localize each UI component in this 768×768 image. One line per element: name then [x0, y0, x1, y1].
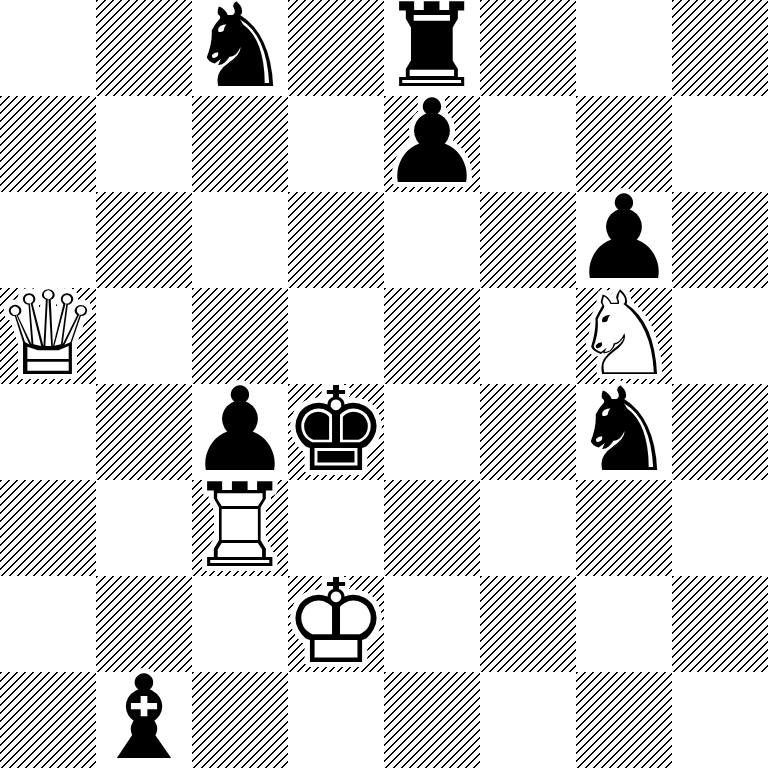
square-c1[interactable]: [192, 672, 288, 768]
black-piece-glyph: ♟: [380, 84, 484, 200]
square-b6[interactable]: [96, 192, 192, 288]
square-b5[interactable]: [96, 288, 192, 384]
square-g1[interactable]: [576, 672, 672, 768]
square-b3[interactable]: [96, 480, 192, 576]
chess-board: ♞♜♟♟♛♕♞♘♟♚♞♜♖♚♔♝: [0, 0, 768, 768]
square-b4[interactable]: [96, 384, 192, 480]
square-c8[interactable]: ♞: [192, 0, 288, 96]
square-h1[interactable]: [672, 672, 768, 768]
black-piece-glyph: ♞: [188, 0, 292, 104]
white-rook-c3[interactable]: ♜♖: [192, 480, 288, 576]
square-d4[interactable]: ♚: [288, 384, 384, 480]
square-h4[interactable]: [672, 384, 768, 480]
white-piece-outline-glyph: ♖: [188, 468, 292, 584]
square-e2[interactable]: [384, 576, 480, 672]
square-a4[interactable]: [0, 384, 96, 480]
black-bishop-b1[interactable]: ♝: [96, 672, 192, 768]
square-h5[interactable]: [672, 288, 768, 384]
black-knight-c8[interactable]: ♞: [192, 0, 288, 96]
square-e4[interactable]: [384, 384, 480, 480]
square-e1[interactable]: [384, 672, 480, 768]
square-h6[interactable]: [672, 192, 768, 288]
square-h3[interactable]: [672, 480, 768, 576]
square-f8[interactable]: [480, 0, 576, 96]
square-a8[interactable]: [0, 0, 96, 96]
square-a5[interactable]: ♛♕: [0, 288, 96, 384]
square-h2[interactable]: [672, 576, 768, 672]
black-knight-g4[interactable]: ♞: [576, 384, 672, 480]
square-a2[interactable]: [0, 576, 96, 672]
square-a7[interactable]: [0, 96, 96, 192]
square-a3[interactable]: [0, 480, 96, 576]
square-g2[interactable]: [576, 576, 672, 672]
square-b8[interactable]: [96, 0, 192, 96]
square-f6[interactable]: [480, 192, 576, 288]
square-e3[interactable]: [384, 480, 480, 576]
square-d8[interactable]: [288, 0, 384, 96]
square-b1[interactable]: ♝: [96, 672, 192, 768]
square-f3[interactable]: [480, 480, 576, 576]
square-c2[interactable]: [192, 576, 288, 672]
white-king-d2[interactable]: ♚♔: [288, 576, 384, 672]
white-piece-outline-glyph: ♕: [0, 276, 100, 392]
square-d7[interactable]: [288, 96, 384, 192]
black-piece-glyph: ♚: [284, 372, 388, 488]
square-g3[interactable]: [576, 480, 672, 576]
square-d6[interactable]: [288, 192, 384, 288]
square-f2[interactable]: [480, 576, 576, 672]
square-c6[interactable]: [192, 192, 288, 288]
square-g4[interactable]: ♞: [576, 384, 672, 480]
square-e7[interactable]: ♟: [384, 96, 480, 192]
black-piece-glyph: ♝: [92, 660, 196, 768]
square-f4[interactable]: [480, 384, 576, 480]
square-d2[interactable]: ♚♔: [288, 576, 384, 672]
square-g8[interactable]: [576, 0, 672, 96]
square-b7[interactable]: [96, 96, 192, 192]
square-h8[interactable]: [672, 0, 768, 96]
square-f5[interactable]: [480, 288, 576, 384]
square-e5[interactable]: [384, 288, 480, 384]
black-king-d4[interactable]: ♚: [288, 384, 384, 480]
square-h7[interactable]: [672, 96, 768, 192]
square-a1[interactable]: [0, 672, 96, 768]
white-piece-outline-glyph: ♔: [284, 564, 388, 680]
black-pawn-e7[interactable]: ♟: [384, 96, 480, 192]
square-e6[interactable]: [384, 192, 480, 288]
square-d1[interactable]: [288, 672, 384, 768]
square-f1[interactable]: [480, 672, 576, 768]
square-c7[interactable]: [192, 96, 288, 192]
square-f7[interactable]: [480, 96, 576, 192]
black-piece-glyph: ♞: [572, 372, 676, 488]
white-queen-a5[interactable]: ♛♕: [0, 288, 96, 384]
square-c3[interactable]: ♜♖: [192, 480, 288, 576]
